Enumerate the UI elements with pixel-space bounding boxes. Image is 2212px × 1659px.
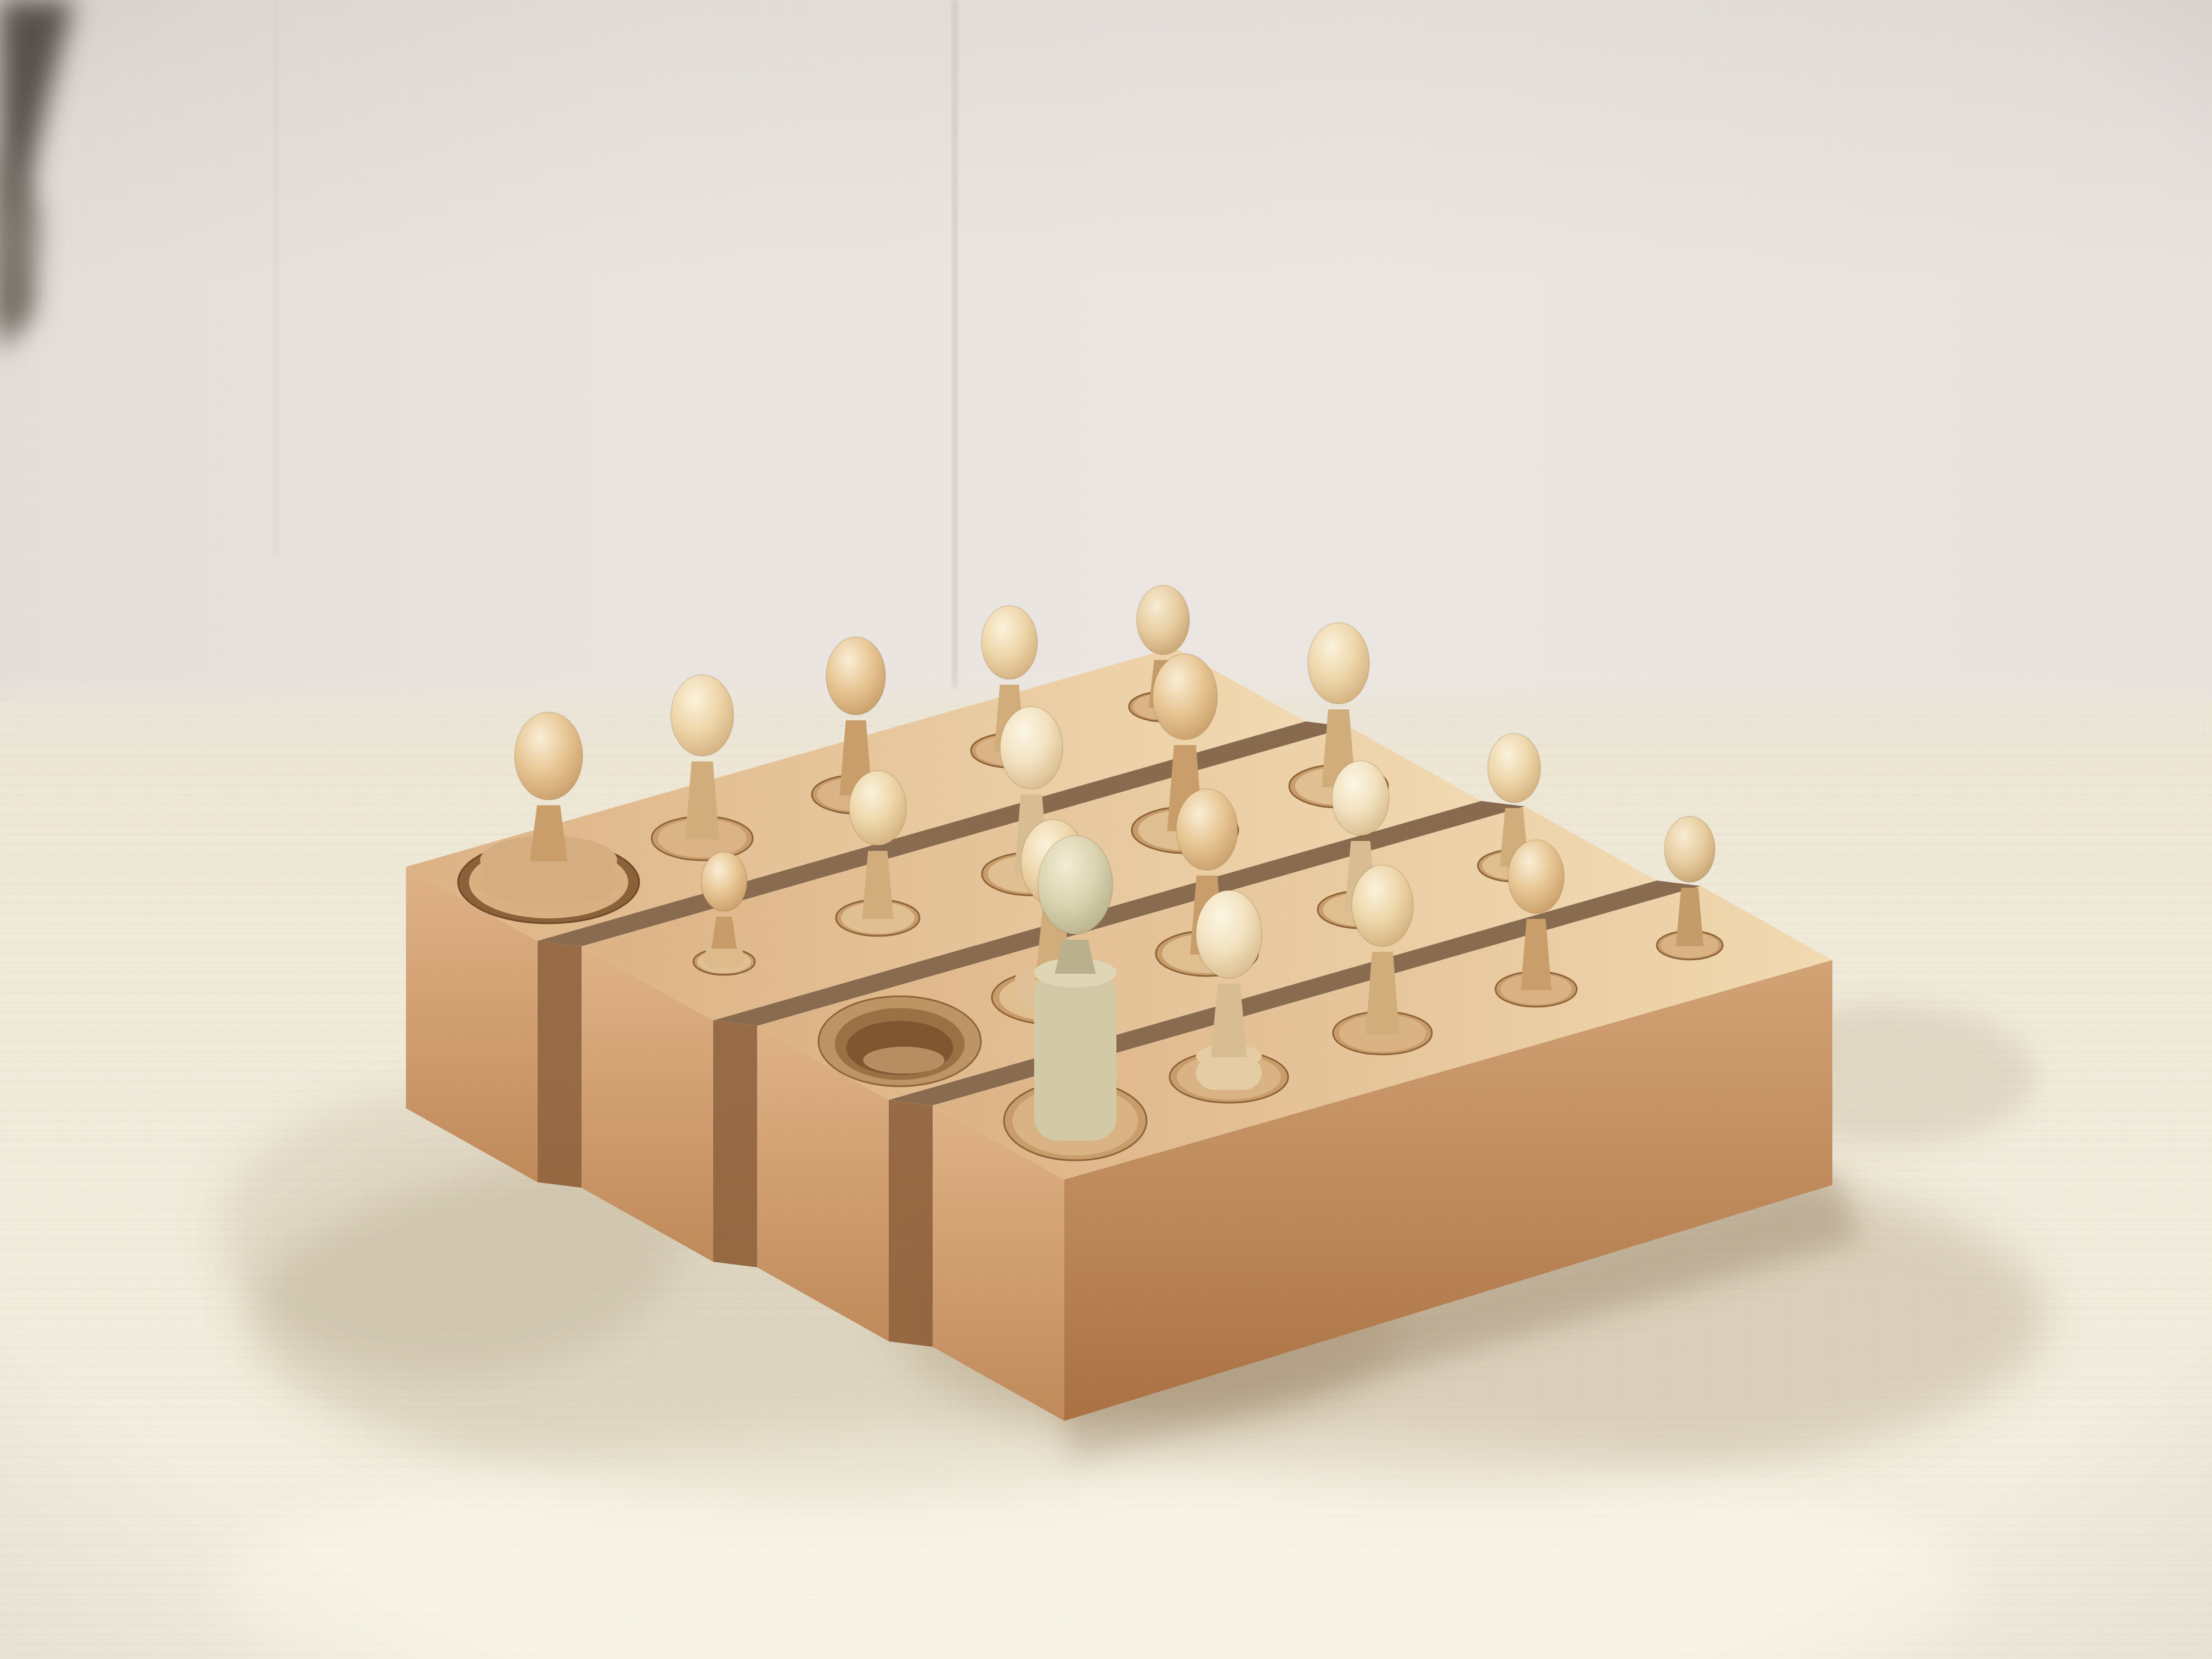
photo-vignette [0, 0, 2212, 1659]
scene-photo [0, 0, 2212, 1659]
photo-stage [0, 0, 2212, 1659]
overlay-layer [0, 0, 2212, 1659]
